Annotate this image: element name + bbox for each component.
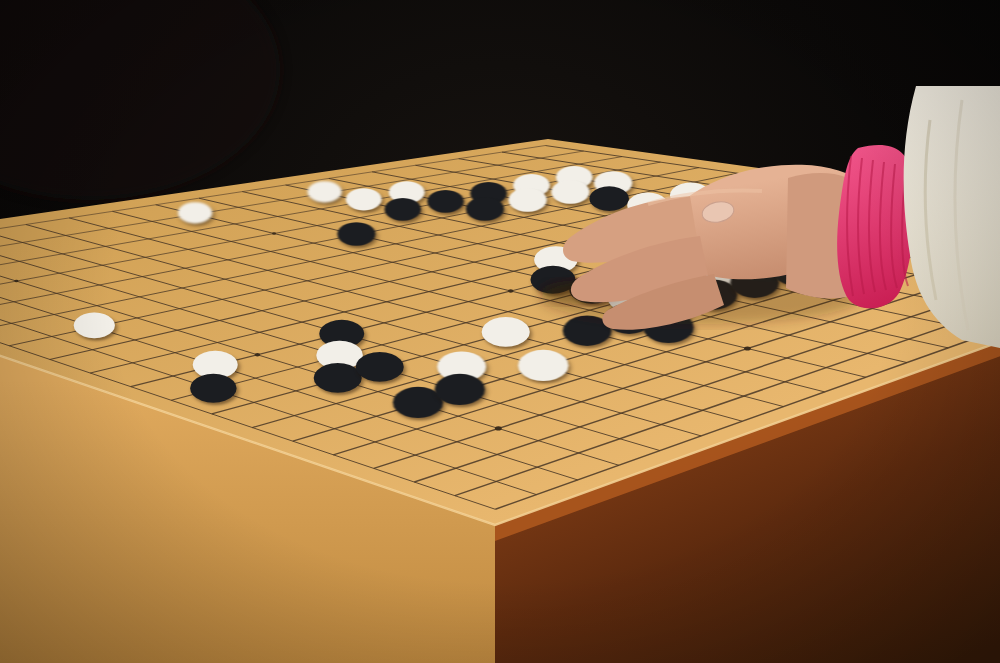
jacket-sleeve (904, 86, 1000, 348)
scene: ●●●●●●●●●●●●●●●●●●●●●●●●●●●●●●●●●●●●●●●●… (0, 0, 1000, 663)
players-hand-arm (0, 0, 1000, 663)
